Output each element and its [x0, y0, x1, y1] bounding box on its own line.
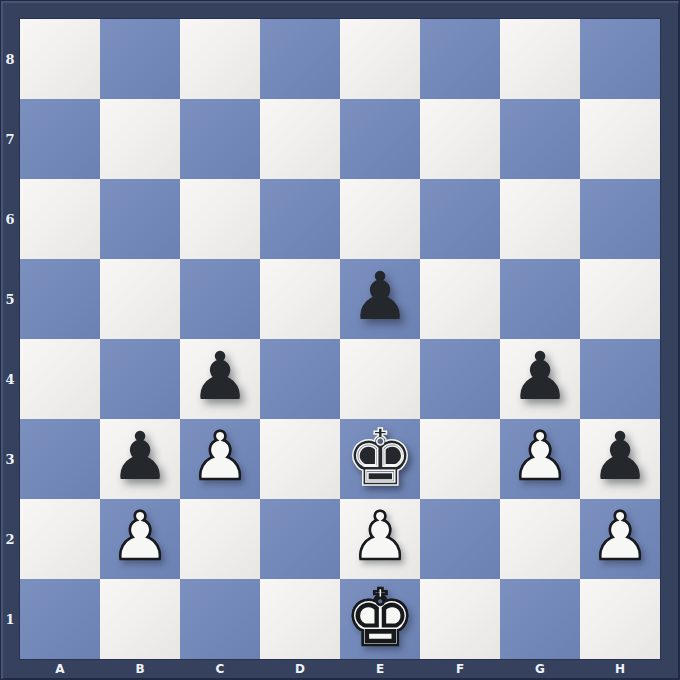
square-h5[interactable] [580, 259, 660, 339]
white-pawn[interactable]: ♟ [510, 424, 569, 490]
rank-label-6: 6 [0, 179, 20, 259]
square-c3[interactable]: ♟ [180, 419, 260, 499]
square-d7[interactable] [260, 99, 340, 179]
white-pawn[interactable]: ♟ [590, 504, 649, 570]
square-e1[interactable]: ♚ [340, 579, 420, 659]
file-label-d: D [260, 659, 340, 680]
rank-label-7: 7 [0, 99, 20, 179]
square-c6[interactable] [180, 179, 260, 259]
square-a6[interactable] [20, 179, 100, 259]
square-g7[interactable] [500, 99, 580, 179]
square-e7[interactable] [340, 99, 420, 179]
square-g2[interactable] [500, 499, 580, 579]
white-pawn[interactable]: ♟ [190, 424, 249, 490]
file-label-c: C [180, 659, 260, 680]
chess-board-window: 87654321 ♟♟♟♟♟♚♟♟♟♟♟♚ ABCDEFGH [0, 0, 680, 680]
square-e4[interactable] [340, 339, 420, 419]
square-h3[interactable]: ♟ [580, 419, 660, 499]
chess-board: ♟♟♟♟♟♚♟♟♟♟♟♚ [20, 19, 660, 659]
square-b5[interactable] [100, 259, 180, 339]
square-h1[interactable] [580, 579, 660, 659]
square-h2[interactable]: ♟ [580, 499, 660, 579]
black-pawn[interactable]: ♟ [510, 344, 569, 410]
rank-label-8: 8 [0, 19, 20, 99]
black-king[interactable]: ♚ [345, 419, 415, 497]
square-a5[interactable] [20, 259, 100, 339]
square-g3[interactable]: ♟ [500, 419, 580, 499]
square-f7[interactable] [420, 99, 500, 179]
square-b3[interactable]: ♟ [100, 419, 180, 499]
black-pawn[interactable]: ♟ [190, 344, 249, 410]
black-pawn[interactable]: ♟ [350, 264, 409, 330]
square-d8[interactable] [260, 19, 340, 99]
square-a3[interactable] [20, 419, 100, 499]
square-c1[interactable] [180, 579, 260, 659]
square-e2[interactable]: ♟ [340, 499, 420, 579]
square-a1[interactable] [20, 579, 100, 659]
square-f5[interactable] [420, 259, 500, 339]
square-b1[interactable] [100, 579, 180, 659]
square-b6[interactable] [100, 179, 180, 259]
square-d3[interactable] [260, 419, 340, 499]
square-g4[interactable]: ♟ [500, 339, 580, 419]
square-h6[interactable] [580, 179, 660, 259]
square-f2[interactable] [420, 499, 500, 579]
rank-label-2: 2 [0, 499, 20, 579]
square-c8[interactable] [180, 19, 260, 99]
square-c7[interactable] [180, 99, 260, 179]
square-d6[interactable] [260, 179, 340, 259]
square-d4[interactable] [260, 339, 340, 419]
square-f8[interactable] [420, 19, 500, 99]
square-d2[interactable] [260, 499, 340, 579]
rank-label-4: 4 [0, 339, 20, 419]
square-f4[interactable] [420, 339, 500, 419]
square-g1[interactable] [500, 579, 580, 659]
file-label-g: G [500, 659, 580, 680]
rank-label-3: 3 [0, 419, 20, 499]
file-label-h: H [580, 659, 660, 680]
square-a8[interactable] [20, 19, 100, 99]
square-b8[interactable] [100, 19, 180, 99]
file-label-b: B [100, 659, 180, 680]
rank-label-5: 5 [0, 259, 20, 339]
square-e6[interactable] [340, 179, 420, 259]
square-g8[interactable] [500, 19, 580, 99]
white-king[interactable]: ♚ [345, 579, 415, 657]
square-a4[interactable] [20, 339, 100, 419]
file-labels: ABCDEFGH [20, 659, 660, 680]
square-b4[interactable] [100, 339, 180, 419]
square-b2[interactable]: ♟ [100, 499, 180, 579]
square-c5[interactable] [180, 259, 260, 339]
black-pawn[interactable]: ♟ [110, 424, 169, 490]
square-b7[interactable] [100, 99, 180, 179]
square-h4[interactable] [580, 339, 660, 419]
white-pawn[interactable]: ♟ [110, 504, 169, 570]
rank-label-1: 1 [0, 579, 20, 659]
square-e5[interactable]: ♟ [340, 259, 420, 339]
square-c4[interactable]: ♟ [180, 339, 260, 419]
square-c2[interactable] [180, 499, 260, 579]
file-label-a: A [20, 659, 100, 680]
rank-labels: 87654321 [0, 19, 20, 659]
square-f6[interactable] [420, 179, 500, 259]
square-h7[interactable] [580, 99, 660, 179]
square-e8[interactable] [340, 19, 420, 99]
square-g5[interactable] [500, 259, 580, 339]
square-g6[interactable] [500, 179, 580, 259]
square-d5[interactable] [260, 259, 340, 339]
black-pawn[interactable]: ♟ [590, 424, 649, 490]
file-label-f: F [420, 659, 500, 680]
square-a2[interactable] [20, 499, 100, 579]
white-pawn[interactable]: ♟ [350, 504, 409, 570]
square-f1[interactable] [420, 579, 500, 659]
square-h8[interactable] [580, 19, 660, 99]
file-label-e: E [340, 659, 420, 680]
square-a7[interactable] [20, 99, 100, 179]
square-f3[interactable] [420, 419, 500, 499]
square-d1[interactable] [260, 579, 340, 659]
square-e3[interactable]: ♚ [340, 419, 420, 499]
